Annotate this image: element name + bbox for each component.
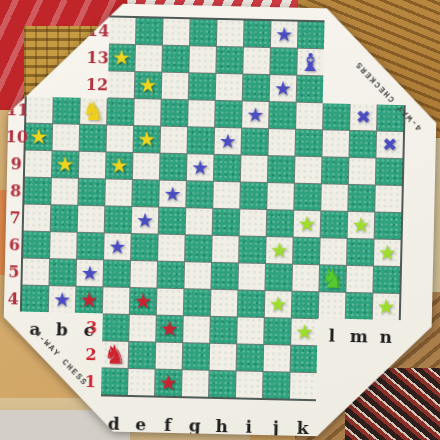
- square-n5[interactable]: [373, 267, 400, 294]
- blue-x-marker[interactable]: ✖: [382, 136, 397, 154]
- square-d9[interactable]: ★: [106, 152, 133, 179]
- square-f10[interactable]: [161, 127, 188, 154]
- square-d4[interactable]: [103, 287, 130, 314]
- square-m9[interactable]: [349, 158, 376, 185]
- square-m6[interactable]: [347, 239, 374, 266]
- square-e14[interactable]: [136, 18, 163, 45]
- green-star-checker[interactable]: ★: [295, 321, 314, 342]
- void-a13: [27, 43, 54, 70]
- square-f2[interactable]: [156, 343, 183, 370]
- four-way-chess-board-photo: ★★♝★★♞★✖★★★✖★★★★★★★★★★★♞★★★★★★★♞★ 141312…: [0, 0, 440, 440]
- blue-star-checker[interactable]: ★: [163, 184, 181, 204]
- square-i5[interactable]: [238, 263, 265, 290]
- square-f7[interactable]: [159, 208, 186, 235]
- square-g3[interactable]: [183, 316, 210, 343]
- square-e6[interactable]: [131, 234, 158, 261]
- square-n10[interactable]: ✖: [376, 132, 403, 159]
- square-k8[interactable]: [294, 184, 321, 211]
- square-k4[interactable]: [292, 292, 319, 319]
- square-b8[interactable]: [51, 178, 78, 205]
- square-c6[interactable]: [77, 233, 104, 260]
- square-e7[interactable]: ★: [132, 207, 159, 234]
- blue-x-marker[interactable]: ✖: [356, 108, 371, 126]
- square-g7[interactable]: [186, 208, 213, 235]
- square-l9[interactable]: [322, 157, 349, 184]
- square-j5[interactable]: [265, 264, 292, 291]
- rank-label-12: 12: [86, 76, 109, 93]
- void-m2: [345, 347, 372, 374]
- octagonal-board-paper: ★★♝★★♞★✖★★★✖★★★★★★★★★★★♞★★★★★★★♞★ 141312…: [1, 1, 439, 439]
- square-l5[interactable]: ♞: [319, 265, 346, 292]
- void-a1: [20, 367, 47, 394]
- square-e1[interactable]: [128, 369, 155, 396]
- green-star-checker[interactable]: ★: [297, 213, 316, 234]
- void-l13: [324, 49, 351, 76]
- square-l4[interactable]: [319, 292, 346, 319]
- square-a10[interactable]: ★: [26, 124, 53, 151]
- file-label-g: g: [189, 417, 201, 434]
- blue-star-checker[interactable]: ★: [275, 24, 293, 44]
- blue-star-checker[interactable]: ★: [274, 78, 292, 98]
- square-j14[interactable]: ★: [271, 21, 298, 48]
- square-i12[interactable]: [243, 74, 270, 101]
- square-f1[interactable]: ★: [155, 370, 182, 397]
- square-f9[interactable]: [160, 154, 187, 181]
- square-j9[interactable]: [268, 156, 295, 183]
- square-l11[interactable]: [323, 103, 350, 130]
- rank-label-10: 10: [6, 129, 29, 146]
- square-b5[interactable]: [49, 259, 76, 286]
- green-star-checker[interactable]: ★: [351, 214, 370, 235]
- square-b11[interactable]: [53, 97, 80, 124]
- yellow-star-checker[interactable]: ★: [110, 155, 129, 176]
- square-c7[interactable]: [78, 206, 105, 233]
- square-f11[interactable]: [161, 100, 188, 127]
- square-g5[interactable]: [184, 262, 211, 289]
- blue-star-checker[interactable]: ★: [219, 131, 237, 151]
- square-m5[interactable]: [346, 266, 373, 293]
- square-h4[interactable]: [211, 290, 238, 317]
- file-label-f: f: [164, 416, 172, 433]
- red-star-checker[interactable]: ★: [159, 372, 178, 393]
- red-star-checker[interactable]: ★: [160, 318, 179, 339]
- square-a8[interactable]: [24, 178, 51, 205]
- square-e4[interactable]: ★: [130, 288, 157, 315]
- square-g4[interactable]: [184, 289, 211, 316]
- square-i1[interactable]: [236, 371, 263, 398]
- yellow-knight[interactable]: ♞: [81, 98, 105, 125]
- void-n1: [371, 374, 398, 401]
- blue-star-checker[interactable]: ★: [53, 289, 71, 309]
- square-a4[interactable]: [22, 286, 49, 313]
- square-k12[interactable]: [297, 76, 324, 103]
- red-knight[interactable]: ♞: [103, 341, 127, 368]
- square-i10[interactable]: [241, 128, 268, 155]
- blue-star-checker[interactable]: ★: [246, 105, 264, 125]
- square-b10[interactable]: [53, 124, 80, 151]
- void-b12: [54, 70, 81, 97]
- void-m14: [352, 23, 379, 50]
- square-k6[interactable]: [293, 238, 320, 265]
- square-c10[interactable]: [80, 125, 107, 152]
- square-k9[interactable]: [295, 157, 322, 184]
- square-h2[interactable]: [210, 344, 237, 371]
- square-h9[interactable]: [214, 155, 241, 182]
- square-c9[interactable]: [79, 152, 106, 179]
- green-star-checker[interactable]: ★: [270, 240, 289, 261]
- square-i7[interactable]: [240, 209, 267, 236]
- square-b7[interactable]: [51, 205, 78, 232]
- square-f14[interactable]: [163, 19, 190, 46]
- square-g6[interactable]: [185, 235, 212, 262]
- square-i2[interactable]: [237, 344, 264, 371]
- file-label-j: j: [273, 419, 280, 436]
- square-e5[interactable]: [130, 261, 157, 288]
- yellow-star-checker[interactable]: ★: [138, 75, 157, 96]
- square-n9[interactable]: [376, 159, 403, 186]
- square-m7[interactable]: ★: [348, 212, 375, 239]
- square-h7[interactable]: [213, 209, 240, 236]
- void-b14: [55, 16, 82, 43]
- square-d6[interactable]: ★: [104, 233, 131, 260]
- void-b13: [54, 43, 81, 70]
- square-f12[interactable]: [162, 73, 189, 100]
- square-j13[interactable]: [270, 48, 297, 75]
- square-k14[interactable]: [298, 22, 325, 49]
- square-l6[interactable]: [320, 238, 347, 265]
- rank-label-14: 14: [87, 22, 110, 39]
- green-star-checker[interactable]: ★: [378, 242, 397, 263]
- red-star-checker[interactable]: ★: [133, 291, 152, 312]
- square-a7[interactable]: [24, 205, 51, 232]
- square-d8[interactable]: [105, 179, 132, 206]
- blue-star-checker[interactable]: ★: [136, 210, 154, 230]
- square-i14[interactable]: [244, 21, 271, 48]
- square-n6[interactable]: ★: [374, 240, 401, 267]
- square-a11[interactable]: [26, 97, 53, 124]
- void-l2: [318, 346, 345, 373]
- rank-label-13: 13: [86, 49, 109, 66]
- square-i3[interactable]: [237, 317, 264, 344]
- square-j4[interactable]: ★: [265, 291, 292, 318]
- square-b4[interactable]: ★: [49, 286, 76, 313]
- square-h12[interactable]: [216, 74, 243, 101]
- square-c5[interactable]: ★: [76, 260, 103, 287]
- yellow-star-checker[interactable]: ★: [56, 154, 75, 175]
- square-i13[interactable]: [243, 47, 270, 74]
- square-j11[interactable]: [269, 102, 296, 129]
- file-label-c: c: [84, 322, 95, 339]
- square-i11[interactable]: ★: [242, 101, 269, 128]
- square-k1[interactable]: [290, 373, 317, 400]
- square-j12[interactable]: ★: [270, 75, 297, 102]
- square-h13[interactable]: [216, 47, 243, 74]
- square-h3[interactable]: [210, 317, 237, 344]
- square-e12[interactable]: ★: [135, 72, 162, 99]
- square-k7[interactable]: ★: [294, 211, 321, 238]
- square-d10[interactable]: [107, 125, 134, 152]
- square-i9[interactable]: [241, 155, 268, 182]
- file-label-k: k: [297, 419, 309, 436]
- square-f3[interactable]: ★: [156, 316, 183, 343]
- square-m11[interactable]: ✖: [350, 104, 377, 131]
- square-g2[interactable]: [183, 343, 210, 370]
- square-d2[interactable]: ♞: [102, 341, 129, 368]
- void-a14: [28, 16, 55, 43]
- square-g13[interactable]: [189, 46, 216, 73]
- file-label-l: l: [328, 328, 335, 345]
- square-b9[interactable]: ★: [52, 151, 79, 178]
- file-label-b: b: [56, 322, 68, 339]
- square-h6[interactable]: [212, 236, 239, 263]
- square-e2[interactable]: [129, 342, 156, 369]
- rank-label-8: 8: [10, 183, 22, 199]
- square-j7[interactable]: [267, 210, 294, 237]
- square-l10[interactable]: [322, 130, 349, 157]
- square-c8[interactable]: [78, 179, 105, 206]
- rank-label-5: 5: [8, 264, 20, 280]
- yellow-star-checker[interactable]: ★: [29, 126, 48, 147]
- blue-star-checker[interactable]: ★: [108, 236, 126, 256]
- square-k3[interactable]: ★: [291, 319, 318, 346]
- file-label-h: h: [215, 417, 228, 434]
- void-n14: [379, 24, 406, 51]
- file-label-d: d: [108, 415, 120, 432]
- square-h11[interactable]: [215, 101, 242, 128]
- square-h1[interactable]: [209, 371, 236, 398]
- yellow-star-checker[interactable]: ★: [112, 47, 131, 68]
- square-l8[interactable]: [321, 184, 348, 211]
- rank-label-9: 9: [10, 156, 22, 172]
- square-j3[interactable]: [264, 318, 291, 345]
- square-d7[interactable]: [105, 206, 132, 233]
- square-b6[interactable]: [50, 232, 77, 259]
- square-d3[interactable]: [102, 314, 129, 341]
- square-j2[interactable]: [264, 345, 291, 372]
- square-a6[interactable]: [23, 232, 50, 259]
- square-e8[interactable]: [132, 180, 159, 207]
- square-i6[interactable]: [239, 236, 266, 263]
- yellow-star-checker[interactable]: ★: [137, 129, 156, 150]
- file-label-i: i: [245, 418, 252, 435]
- square-n7[interactable]: [375, 213, 402, 240]
- rank-label-11: 11: [6, 102, 29, 119]
- square-a9[interactable]: [25, 151, 52, 178]
- void-l12: [324, 76, 351, 103]
- square-h14[interactable]: [217, 20, 244, 47]
- square-i4[interactable]: [238, 290, 265, 317]
- square-j10[interactable]: [268, 129, 295, 156]
- square-n8[interactable]: [375, 186, 402, 213]
- green-star-checker[interactable]: ★: [268, 294, 287, 315]
- square-f6[interactable]: [158, 235, 185, 262]
- square-j8[interactable]: [267, 183, 294, 210]
- square-l7[interactable]: [321, 211, 348, 238]
- blue-star-checker[interactable]: ★: [191, 157, 209, 177]
- square-d14[interactable]: [109, 17, 136, 44]
- square-m8[interactable]: [348, 185, 375, 212]
- square-a5[interactable]: [22, 259, 49, 286]
- red-star-checker[interactable]: ★: [79, 289, 98, 310]
- square-h8[interactable]: [213, 182, 240, 209]
- void-n2: [372, 347, 399, 374]
- square-n4[interactable]: ★: [373, 293, 400, 320]
- square-c4[interactable]: ★: [76, 287, 103, 314]
- file-label-m: m: [350, 328, 368, 345]
- square-d5[interactable]: [103, 260, 130, 287]
- square-g9[interactable]: ★: [187, 154, 214, 181]
- square-f5[interactable]: [157, 262, 184, 289]
- square-f4[interactable]: [157, 289, 184, 316]
- square-g8[interactable]: [186, 181, 213, 208]
- square-m10[interactable]: [349, 131, 376, 158]
- void-n13: [378, 51, 405, 78]
- square-e13[interactable]: [135, 45, 162, 72]
- square-g11[interactable]: [188, 100, 215, 127]
- square-k13[interactable]: ♝: [297, 49, 324, 76]
- square-g1[interactable]: [182, 370, 209, 397]
- square-i8[interactable]: [240, 182, 267, 209]
- square-d13[interactable]: ★: [108, 44, 135, 71]
- file-label-n: n: [379, 329, 392, 346]
- square-f13[interactable]: [162, 46, 189, 73]
- square-k2[interactable]: [291, 346, 318, 373]
- rank-label-7: 7: [9, 210, 21, 226]
- square-d12[interactable]: [108, 71, 135, 98]
- square-j1[interactable]: [263, 372, 290, 399]
- rank-label-2: 2: [85, 346, 97, 362]
- square-e11[interactable]: [134, 99, 161, 126]
- board-grid: ★★♝★★♞★✖★★★✖★★★★★★★★★★★♞★★★★★★★♞★: [20, 16, 405, 401]
- square-e10[interactable]: ★: [134, 126, 161, 153]
- square-h10[interactable]: ★: [214, 128, 241, 155]
- void-l14: [325, 22, 352, 49]
- square-k5[interactable]: [292, 265, 319, 292]
- void-a12: [27, 70, 54, 97]
- square-c11[interactable]: ♞: [80, 98, 107, 125]
- square-e9[interactable]: [133, 153, 160, 180]
- square-j6[interactable]: ★: [266, 237, 293, 264]
- square-h5[interactable]: [211, 263, 238, 290]
- square-g12[interactable]: [189, 73, 216, 100]
- blue-bishop[interactable]: ♝: [299, 49, 322, 75]
- square-g10[interactable]: [188, 127, 215, 154]
- void-l1: [317, 373, 344, 400]
- void-m1: [344, 374, 371, 401]
- square-f8[interactable]: ★: [159, 181, 186, 208]
- file-label-e: e: [135, 416, 146, 433]
- blue-star-checker[interactable]: ★: [81, 263, 99, 283]
- board-paper-wrapper: ★★♝★★♞★✖★★★✖★★★★★★★★★★★♞★★★★★★★♞★ 141312…: [1, 1, 439, 439]
- square-k10[interactable]: [295, 130, 322, 157]
- square-d11[interactable]: [107, 98, 134, 125]
- rank-label-6: 6: [9, 237, 21, 253]
- rank-label-4: 4: [7, 291, 19, 307]
- square-g14[interactable]: [190, 19, 217, 46]
- green-star-checker[interactable]: ★: [376, 296, 395, 317]
- square-m4[interactable]: [346, 293, 373, 320]
- square-e3[interactable]: [129, 315, 156, 342]
- square-d1[interactable]: [101, 368, 128, 395]
- green-knight[interactable]: ♞: [321, 265, 345, 292]
- square-k11[interactable]: [296, 103, 323, 130]
